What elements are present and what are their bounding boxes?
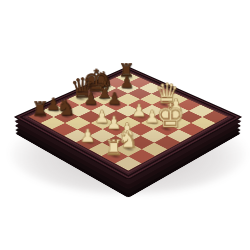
chess-set-photo: ♜♟♞♚♝♟♛♟♟♞♜♛♟♟♟♚♟♟♟♟♞♜ xyxy=(0,0,250,250)
light-rook-g1: ♜ xyxy=(104,139,123,157)
light-king-g5: ♚ xyxy=(156,102,174,130)
light-pawn-e1: ♟ xyxy=(78,128,96,143)
dark-rook-a1: ♜ xyxy=(31,101,49,118)
dark-knight-b2: ♞ xyxy=(56,99,74,118)
dark-pawn-b4: ♟ xyxy=(82,92,99,106)
dark-pawn-c5: ♟ xyxy=(106,92,123,106)
dark-pawn-b7: ♟ xyxy=(118,75,135,89)
